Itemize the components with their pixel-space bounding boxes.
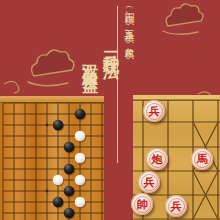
black-go-stone [64,142,75,153]
white-go-stone [75,175,86,186]
xiangqi-piece: 兵 [143,100,165,122]
xiangqi-piece: 馬 [191,148,213,170]
xiangqi-piece-character: 兵 [144,177,155,188]
xiangqi-piece-character: 帥 [137,199,148,210]
xiangqi-piece: 帥 [131,193,153,215]
white-go-stone [75,153,86,164]
white-go-stone [53,175,64,186]
swirl-accent-left [4,81,19,93]
cloud-motif-left [28,50,74,86]
black-go-stone [75,109,86,120]
xiangqi-piece-character: 兵 [171,201,182,212]
black-go-stone [53,120,64,131]
white-go-stone [75,131,86,142]
decorative-clouds [0,0,220,110]
product-banner: 双面棋盘 三种玩法 （围棋、五子棋、象棋） [0,0,220,220]
slogan-double-sided-board: 双面棋盘 [79,52,100,68]
black-go-stone [64,164,75,175]
xiangqi-piece: 炮 [146,148,168,170]
black-go-stone [64,186,75,197]
xiangqi-piece: 兵 [165,195,187,217]
white-go-stone [75,197,86,208]
xiangqi-board: 兵炮馬兵帥兵 [133,95,220,220]
xiangqi-piece-character: 炮 [152,154,163,165]
black-go-stone [64,208,75,219]
black-go-stone [53,197,64,208]
xiangqi-piece: 兵 [138,171,160,193]
slogan-game-list: （围棋、五子棋、象棋） [122,3,136,45]
go-board [0,96,104,220]
vertical-divider-line [117,6,118,163]
xiangqi-piece-character: 馬 [197,154,208,165]
cloud-motif-right [163,4,203,34]
xiangqi-piece-character: 兵 [149,106,160,117]
